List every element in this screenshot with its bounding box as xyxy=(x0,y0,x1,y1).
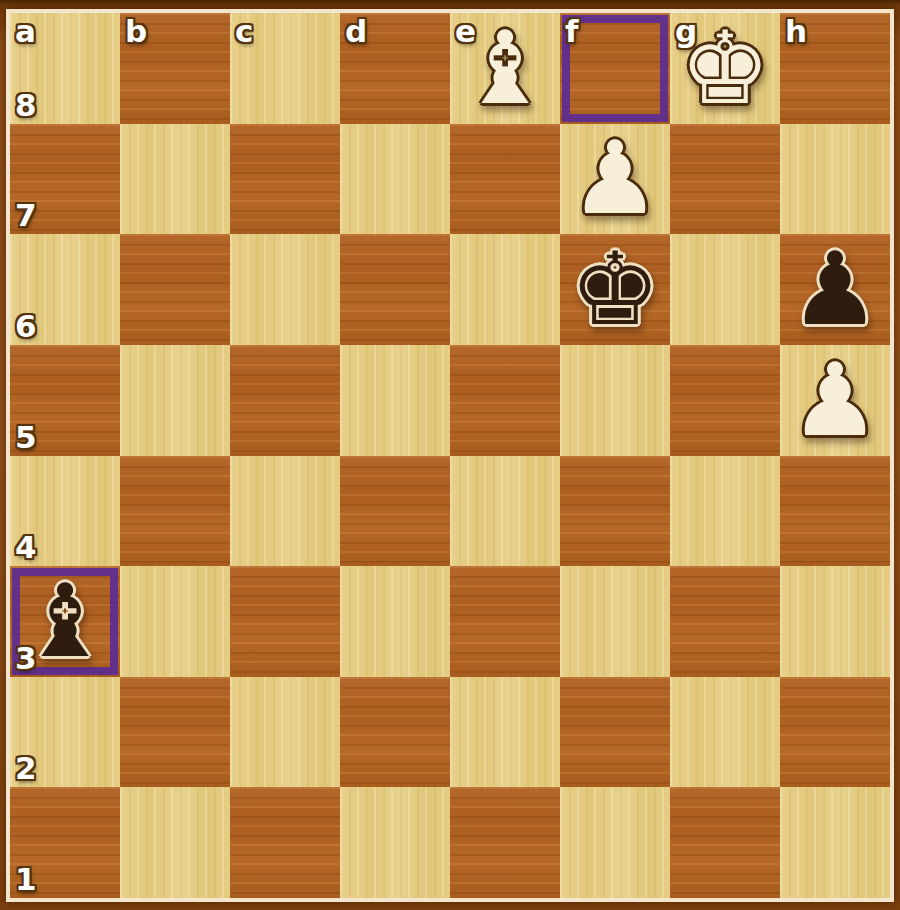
square-d8[interactable]: d xyxy=(340,13,450,124)
file-label-b: b xyxy=(125,16,147,47)
file-label-f: f xyxy=(565,16,579,47)
file-label-h: h xyxy=(785,16,807,47)
square-g2[interactable] xyxy=(670,677,780,788)
square-g5[interactable] xyxy=(670,345,780,456)
square-e6[interactable] xyxy=(450,234,560,345)
square-c4[interactable] xyxy=(230,456,340,567)
square-e7[interactable] xyxy=(450,124,560,235)
rank-label-2: 2 xyxy=(15,753,37,784)
square-h5[interactable]: ♟ xyxy=(780,345,890,456)
square-g4[interactable] xyxy=(670,456,780,567)
square-a8[interactable]: a8 xyxy=(10,13,120,124)
square-h7[interactable] xyxy=(780,124,890,235)
square-d1[interactable] xyxy=(340,787,450,898)
square-b5[interactable] xyxy=(120,345,230,456)
square-c1[interactable] xyxy=(230,787,340,898)
square-e4[interactable] xyxy=(450,456,560,567)
square-d7[interactable] xyxy=(340,124,450,235)
square-g6[interactable] xyxy=(670,234,780,345)
rank-label-6: 6 xyxy=(15,311,37,342)
square-h2[interactable] xyxy=(780,677,890,788)
square-g1[interactable] xyxy=(670,787,780,898)
square-a3[interactable]: 3♝ xyxy=(10,566,120,677)
square-g8[interactable]: g♚ xyxy=(670,13,780,124)
square-b6[interactable] xyxy=(120,234,230,345)
square-b7[interactable] xyxy=(120,124,230,235)
square-h1[interactable] xyxy=(780,787,890,898)
square-f1[interactable] xyxy=(560,787,670,898)
square-a6[interactable]: 6 xyxy=(10,234,120,345)
square-b3[interactable] xyxy=(120,566,230,677)
file-label-c: c xyxy=(235,16,253,47)
square-f6[interactable]: ♚ xyxy=(560,234,670,345)
square-h3[interactable] xyxy=(780,566,890,677)
square-b8[interactable]: b xyxy=(120,13,230,124)
white-bishop[interactable]: ♝ xyxy=(450,13,560,124)
rank-label-7: 7 xyxy=(15,200,37,231)
square-c3[interactable] xyxy=(230,566,340,677)
square-c6[interactable] xyxy=(230,234,340,345)
file-label-d: d xyxy=(345,16,367,47)
square-b2[interactable] xyxy=(120,677,230,788)
square-a4[interactable]: 4 xyxy=(10,456,120,567)
square-f7[interactable]: ♟ xyxy=(560,124,670,235)
rank-label-8: 8 xyxy=(15,90,37,121)
square-g7[interactable] xyxy=(670,124,780,235)
black-pawn[interactable]: ♟ xyxy=(780,234,890,345)
rank-label-4: 4 xyxy=(15,532,37,563)
white-pawn[interactable]: ♟ xyxy=(560,124,670,235)
square-f5[interactable] xyxy=(560,345,670,456)
square-a2[interactable]: 2 xyxy=(10,677,120,788)
black-bishop[interactable]: ♝ xyxy=(10,566,120,677)
square-d3[interactable] xyxy=(340,566,450,677)
square-c2[interactable] xyxy=(230,677,340,788)
square-f8[interactable]: f xyxy=(560,13,670,124)
square-b1[interactable] xyxy=(120,787,230,898)
square-e2[interactable] xyxy=(450,677,560,788)
square-f2[interactable] xyxy=(560,677,670,788)
square-c8[interactable]: c xyxy=(230,13,340,124)
square-e8[interactable]: e♝ xyxy=(450,13,560,124)
square-c5[interactable] xyxy=(230,345,340,456)
square-d4[interactable] xyxy=(340,456,450,567)
white-pawn[interactable]: ♟ xyxy=(780,345,890,456)
square-e3[interactable] xyxy=(450,566,560,677)
square-a7[interactable]: 7 xyxy=(10,124,120,235)
square-h8[interactable]: h xyxy=(780,13,890,124)
square-f3[interactable] xyxy=(560,566,670,677)
square-h6[interactable]: ♟ xyxy=(780,234,890,345)
board-inner-border: a8bcde♝fg♚h7♟6♚♟5♟43♝21 xyxy=(6,9,894,902)
square-f4[interactable] xyxy=(560,456,670,567)
file-label-a: a xyxy=(15,16,36,47)
square-e5[interactable] xyxy=(450,345,560,456)
square-g3[interactable] xyxy=(670,566,780,677)
rank-label-5: 5 xyxy=(15,422,37,453)
square-e1[interactable] xyxy=(450,787,560,898)
rank-label-1: 1 xyxy=(15,864,37,895)
square-b4[interactable] xyxy=(120,456,230,567)
square-c7[interactable] xyxy=(230,124,340,235)
square-a1[interactable]: 1 xyxy=(10,787,120,898)
white-king[interactable]: ♚ xyxy=(670,13,780,124)
square-d5[interactable] xyxy=(340,345,450,456)
square-d6[interactable] xyxy=(340,234,450,345)
square-a5[interactable]: 5 xyxy=(10,345,120,456)
square-d2[interactable] xyxy=(340,677,450,788)
chess-board: a8bcde♝fg♚h7♟6♚♟5♟43♝21 xyxy=(10,13,890,898)
chess-board-frame: a8bcde♝fg♚h7♟6♚♟5♟43♝21 xyxy=(0,0,900,910)
square-h4[interactable] xyxy=(780,456,890,567)
black-king[interactable]: ♚ xyxy=(560,234,670,345)
